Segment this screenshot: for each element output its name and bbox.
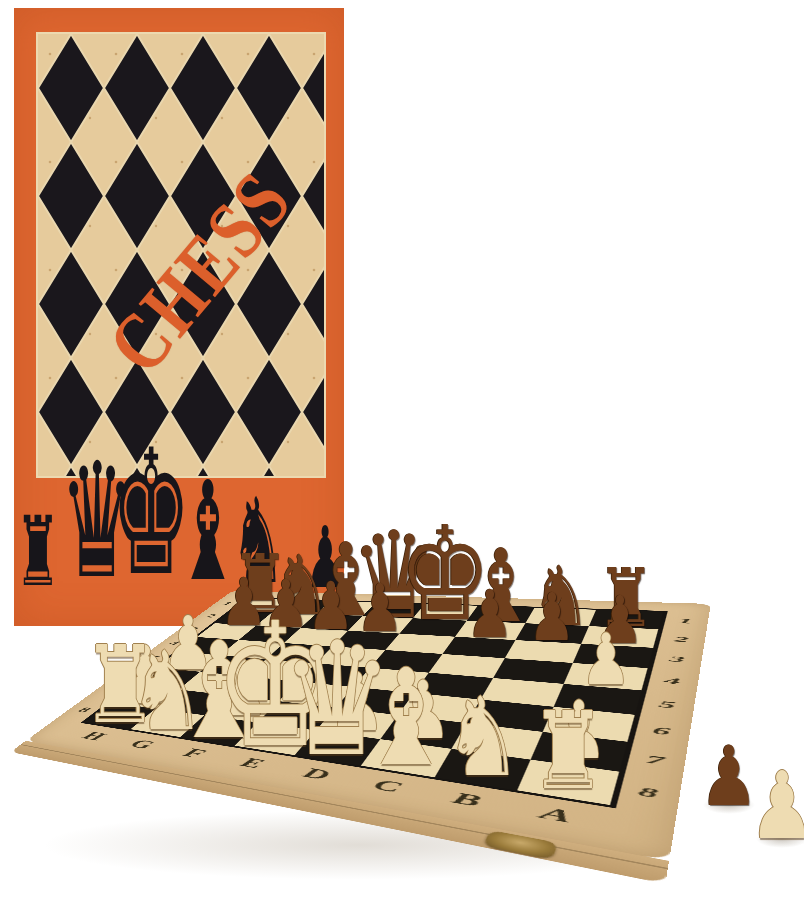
rank-label-right-2: 2	[659, 632, 703, 646]
rook-silhouette-icon: ♜	[16, 504, 61, 600]
chess-box-lid: CHESS ♜♛♚♝♞♟	[14, 8, 344, 626]
piece-light-bishop-c8[interactable]: ♝	[358, 652, 453, 785]
piece-dark-pawn-b2[interactable]: ♟	[528, 585, 575, 651]
piece-dark-pawn-c2[interactable]: ♟	[466, 582, 513, 648]
rank-label-right-1: 1	[664, 615, 707, 628]
piece-light-pawn-offboard-2[interactable]: ♟	[749, 760, 804, 853]
piece-light-knight-b8[interactable]: ♞	[443, 684, 521, 793]
product-photo-scene: CHESS ♜♛♚♝♞♟ HGFEDCBA1234567812345678 ♜♞…	[0, 0, 804, 900]
piece-light-rook-a8[interactable]: ♜	[530, 698, 607, 805]
rank-label-right-3: 3	[654, 651, 700, 667]
